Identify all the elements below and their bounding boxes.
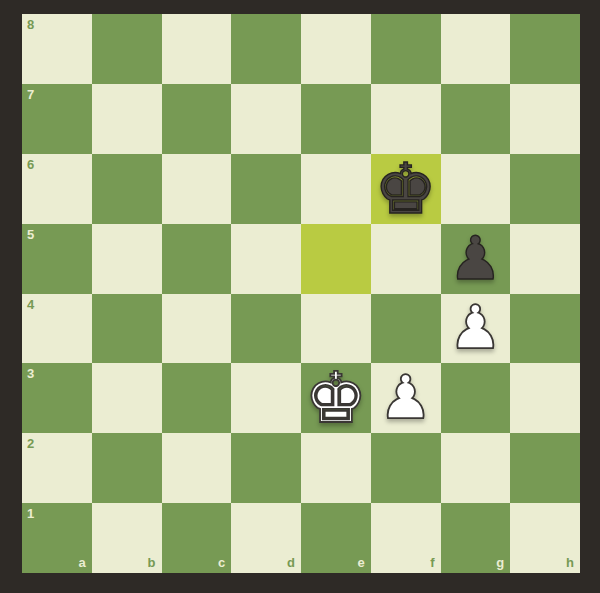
square-b3[interactable]: [92, 363, 162, 433]
square-e7[interactable]: [301, 84, 371, 154]
square-b1[interactable]: b: [92, 503, 162, 573]
square-a5[interactable]: 5: [22, 224, 92, 294]
square-f7[interactable]: [371, 84, 441, 154]
square-e8[interactable]: [301, 14, 371, 84]
rank-label-3: 3: [27, 367, 34, 380]
square-d1[interactable]: d: [231, 503, 301, 573]
square-a7[interactable]: 7: [22, 84, 92, 154]
square-f8[interactable]: [371, 14, 441, 84]
black-pawn-icon[interactable]: ♟: [448, 229, 502, 289]
file-label-h: h: [566, 556, 574, 569]
square-c6[interactable]: [162, 154, 232, 224]
square-e5[interactable]: [301, 224, 371, 294]
white-pawn-icon[interactable]: ♟: [379, 368, 433, 428]
file-label-b: b: [148, 556, 156, 569]
square-f3[interactable]: ♟: [371, 363, 441, 433]
square-h1[interactable]: h: [510, 503, 580, 573]
square-f6[interactable]: ♚: [371, 154, 441, 224]
square-h2[interactable]: [510, 433, 580, 503]
square-a8[interactable]: 8: [22, 14, 92, 84]
square-a3[interactable]: 3: [22, 363, 92, 433]
rank-label-5: 5: [27, 228, 34, 241]
square-d5[interactable]: [231, 224, 301, 294]
square-e6[interactable]: [301, 154, 371, 224]
square-h3[interactable]: [510, 363, 580, 433]
square-c5[interactable]: [162, 224, 232, 294]
chess-board: 876♚5♟4♟3♚♟21abcdefgh: [22, 14, 580, 573]
square-d8[interactable]: [231, 14, 301, 84]
rank-label-7: 7: [27, 88, 34, 101]
square-g2[interactable]: [441, 433, 511, 503]
square-f5[interactable]: [371, 224, 441, 294]
square-d3[interactable]: [231, 363, 301, 433]
square-a6[interactable]: 6: [22, 154, 92, 224]
square-d7[interactable]: [231, 84, 301, 154]
square-d6[interactable]: [231, 154, 301, 224]
square-g4[interactable]: ♟: [441, 294, 511, 364]
square-e4[interactable]: [301, 294, 371, 364]
rank-label-8: 8: [27, 18, 34, 31]
square-g7[interactable]: [441, 84, 511, 154]
square-a1[interactable]: 1a: [22, 503, 92, 573]
file-label-c: c: [218, 556, 225, 569]
square-b6[interactable]: [92, 154, 162, 224]
square-e2[interactable]: [301, 433, 371, 503]
rank-label-4: 4: [27, 298, 34, 311]
file-label-e: e: [358, 556, 365, 569]
rank-label-6: 6: [27, 158, 34, 171]
file-label-g: g: [496, 556, 504, 569]
square-g6[interactable]: [441, 154, 511, 224]
square-e3[interactable]: ♚: [301, 363, 371, 433]
square-f1[interactable]: f: [371, 503, 441, 573]
square-c8[interactable]: [162, 14, 232, 84]
square-c2[interactable]: [162, 433, 232, 503]
square-b7[interactable]: [92, 84, 162, 154]
file-label-f: f: [430, 556, 434, 569]
square-g5[interactable]: ♟: [441, 224, 511, 294]
file-label-d: d: [287, 556, 295, 569]
square-c3[interactable]: [162, 363, 232, 433]
rank-label-1: 1: [27, 507, 34, 520]
square-f4[interactable]: [371, 294, 441, 364]
square-c4[interactable]: [162, 294, 232, 364]
square-a4[interactable]: 4: [22, 294, 92, 364]
board-background: 876♚5♟4♟3♚♟21abcdefgh: [0, 0, 600, 593]
square-a2[interactable]: 2: [22, 433, 92, 503]
square-g1[interactable]: g: [441, 503, 511, 573]
white-pawn-icon[interactable]: ♟: [448, 298, 502, 358]
black-king-icon[interactable]: ♚: [374, 154, 437, 224]
square-h6[interactable]: [510, 154, 580, 224]
square-d2[interactable]: [231, 433, 301, 503]
square-d4[interactable]: [231, 294, 301, 364]
white-king-icon[interactable]: ♚: [304, 363, 367, 433]
square-h5[interactable]: [510, 224, 580, 294]
square-b8[interactable]: [92, 14, 162, 84]
square-c7[interactable]: [162, 84, 232, 154]
square-g3[interactable]: [441, 363, 511, 433]
square-g8[interactable]: [441, 14, 511, 84]
square-e1[interactable]: e: [301, 503, 371, 573]
square-c1[interactable]: c: [162, 503, 232, 573]
square-f2[interactable]: [371, 433, 441, 503]
square-h8[interactable]: [510, 14, 580, 84]
square-b5[interactable]: [92, 224, 162, 294]
square-h4[interactable]: [510, 294, 580, 364]
square-b4[interactable]: [92, 294, 162, 364]
square-h7[interactable]: [510, 84, 580, 154]
rank-label-2: 2: [27, 437, 34, 450]
file-label-a: a: [79, 556, 86, 569]
square-b2[interactable]: [92, 433, 162, 503]
